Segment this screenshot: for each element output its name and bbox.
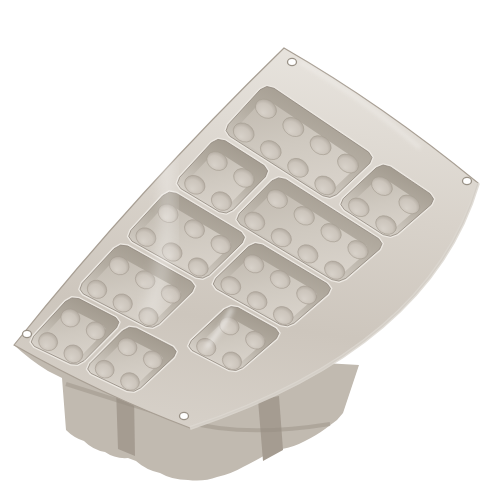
hanging-hole — [23, 330, 32, 337]
hanging-hole — [463, 177, 472, 184]
silicone-brick-mold — [0, 0, 500, 500]
hanging-hole — [180, 412, 189, 419]
photo-canvas — [0, 0, 500, 500]
hanging-hole — [288, 58, 297, 65]
